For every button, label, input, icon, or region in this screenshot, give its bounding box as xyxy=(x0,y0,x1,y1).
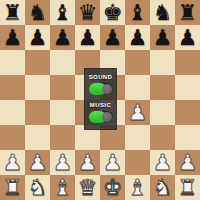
square-f5[interactable] xyxy=(125,75,150,100)
square-g2[interactable]: ♟ xyxy=(150,150,175,175)
piece-white-knight[interactable]: ♞ xyxy=(153,175,173,200)
square-c1[interactable]: ♝ xyxy=(50,175,75,200)
piece-black-pawn[interactable]: ♟ xyxy=(128,25,148,50)
piece-white-pawn[interactable]: ♟ xyxy=(178,150,198,175)
piece-white-pawn[interactable]: ♟ xyxy=(153,150,173,175)
square-d8[interactable]: ♛ xyxy=(75,0,100,25)
music-label: MUSIC xyxy=(90,102,111,108)
piece-black-rook[interactable]: ♜ xyxy=(3,0,23,25)
piece-white-knight[interactable]: ♞ xyxy=(28,175,48,200)
piece-black-pawn[interactable]: ♟ xyxy=(153,25,173,50)
square-f1[interactable]: ♝ xyxy=(125,175,150,200)
piece-black-pawn[interactable]: ♟ xyxy=(28,25,48,50)
piece-white-pawn[interactable]: ♟ xyxy=(3,150,23,175)
piece-black-rook[interactable]: ♜ xyxy=(178,0,198,25)
square-e7[interactable]: ♟ xyxy=(100,25,125,50)
square-g6[interactable] xyxy=(150,50,175,75)
piece-white-bishop[interactable]: ♝ xyxy=(128,175,148,200)
square-c7[interactable]: ♟ xyxy=(50,25,75,50)
square-a7[interactable]: ♟ xyxy=(0,25,25,50)
sound-toggle[interactable] xyxy=(89,83,113,95)
square-h5[interactable] xyxy=(175,75,200,100)
square-f4[interactable]: ♟ xyxy=(125,100,150,125)
square-c4[interactable] xyxy=(50,100,75,125)
square-f6[interactable] xyxy=(125,50,150,75)
square-g4[interactable] xyxy=(150,100,175,125)
square-f3[interactable] xyxy=(125,125,150,150)
square-f8[interactable]: ♝ xyxy=(125,0,150,25)
square-h2[interactable]: ♟ xyxy=(175,150,200,175)
square-h4[interactable] xyxy=(175,100,200,125)
square-a4[interactable] xyxy=(0,100,25,125)
square-f2[interactable] xyxy=(125,150,150,175)
square-c2[interactable]: ♟ xyxy=(50,150,75,175)
square-e2[interactable]: ♟ xyxy=(100,150,125,175)
square-c6[interactable] xyxy=(50,50,75,75)
square-c3[interactable] xyxy=(50,125,75,150)
square-b2[interactable]: ♟ xyxy=(25,150,50,175)
square-g3[interactable] xyxy=(150,125,175,150)
piece-black-pawn[interactable]: ♟ xyxy=(78,25,98,50)
piece-white-pawn[interactable]: ♟ xyxy=(78,150,98,175)
square-b1[interactable]: ♞ xyxy=(25,175,50,200)
music-toggle[interactable] xyxy=(89,111,113,123)
piece-white-pawn[interactable]: ♟ xyxy=(53,150,73,175)
square-b4[interactable] xyxy=(25,100,50,125)
square-h7[interactable]: ♟ xyxy=(175,25,200,50)
square-a5[interactable] xyxy=(0,75,25,100)
game-screen: ♜♞♝♛♚♝♞♜♟♟♟♟♟♟♟♟♟♟♟♟♟♟♟♟♜♞♝♛♚♝♞♜ SOUND M… xyxy=(0,0,200,200)
square-e8[interactable]: ♚ xyxy=(100,0,125,25)
square-c8[interactable]: ♝ xyxy=(50,0,75,25)
square-d2[interactable]: ♟ xyxy=(75,150,100,175)
piece-white-bishop[interactable]: ♝ xyxy=(53,175,73,200)
square-a2[interactable]: ♟ xyxy=(0,150,25,175)
square-g7[interactable]: ♟ xyxy=(150,25,175,50)
sound-label: SOUND xyxy=(89,74,113,80)
piece-white-pawn[interactable]: ♟ xyxy=(128,100,148,125)
square-b5[interactable] xyxy=(25,75,50,100)
square-h6[interactable] xyxy=(175,50,200,75)
piece-black-pawn[interactable]: ♟ xyxy=(103,25,123,50)
square-d7[interactable]: ♟ xyxy=(75,25,100,50)
settings-panel: SOUND MUSIC xyxy=(84,68,117,130)
piece-white-rook[interactable]: ♜ xyxy=(3,175,23,200)
square-b6[interactable] xyxy=(25,50,50,75)
square-g1[interactable]: ♞ xyxy=(150,175,175,200)
square-f7[interactable]: ♟ xyxy=(125,25,150,50)
piece-black-pawn[interactable]: ♟ xyxy=(53,25,73,50)
square-a3[interactable] xyxy=(0,125,25,150)
square-e1[interactable]: ♚ xyxy=(100,175,125,200)
piece-white-rook[interactable]: ♜ xyxy=(178,175,198,200)
piece-white-pawn[interactable]: ♟ xyxy=(103,150,123,175)
square-a1[interactable]: ♜ xyxy=(0,175,25,200)
square-h3[interactable] xyxy=(175,125,200,150)
square-d1[interactable]: ♛ xyxy=(75,175,100,200)
square-b7[interactable]: ♟ xyxy=(25,25,50,50)
piece-black-bishop[interactable]: ♝ xyxy=(128,0,148,25)
piece-black-queen[interactable]: ♛ xyxy=(78,0,98,25)
square-a8[interactable]: ♜ xyxy=(0,0,25,25)
square-g8[interactable]: ♞ xyxy=(150,0,175,25)
piece-black-bishop[interactable]: ♝ xyxy=(53,0,73,25)
sound-toggle-knob[interactable] xyxy=(102,84,112,94)
piece-white-king[interactable]: ♚ xyxy=(103,175,123,200)
square-b3[interactable] xyxy=(25,125,50,150)
square-c5[interactable] xyxy=(50,75,75,100)
piece-black-knight[interactable]: ♞ xyxy=(28,0,48,25)
square-b8[interactable]: ♞ xyxy=(25,0,50,25)
square-a6[interactable] xyxy=(0,50,25,75)
square-h1[interactable]: ♜ xyxy=(175,175,200,200)
piece-black-pawn[interactable]: ♟ xyxy=(3,25,23,50)
piece-black-knight[interactable]: ♞ xyxy=(153,0,173,25)
piece-white-pawn[interactable]: ♟ xyxy=(28,150,48,175)
piece-black-king[interactable]: ♚ xyxy=(103,0,123,25)
piece-black-pawn[interactable]: ♟ xyxy=(178,25,198,50)
square-g5[interactable] xyxy=(150,75,175,100)
piece-white-queen[interactable]: ♛ xyxy=(78,175,98,200)
square-h8[interactable]: ♜ xyxy=(175,0,200,25)
music-toggle-knob[interactable] xyxy=(102,112,112,122)
